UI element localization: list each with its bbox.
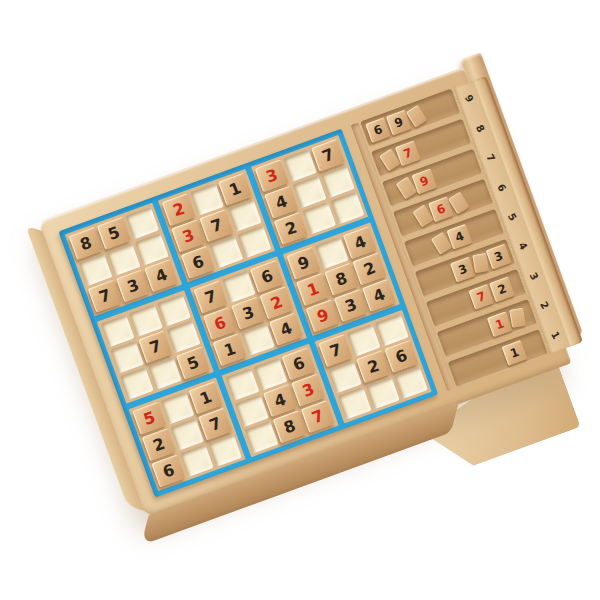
tile-digit: 3 <box>264 166 280 185</box>
tile-digit: 2 <box>171 200 187 219</box>
cell-5-1[interactable] <box>148 357 182 390</box>
tile-digit: 2 <box>365 357 381 376</box>
tile-digit: 7 <box>207 415 223 434</box>
tile-2-2[interactable]: 4 <box>144 259 178 292</box>
cell-8-6[interactable] <box>338 387 372 420</box>
tile-digit: 1 <box>227 180 243 199</box>
tile-digit: 6 <box>259 267 275 286</box>
tile-digit: 7 <box>97 287 113 306</box>
ruler-label: 9 <box>462 93 475 105</box>
spare-tile[interactable]: 2 <box>489 276 515 302</box>
tile-digit: 7 <box>209 216 225 235</box>
tile-digit: 7 <box>203 288 219 307</box>
tile-5-3[interactable]: 1 <box>213 333 247 366</box>
tile-digit: 5 <box>185 353 201 372</box>
tile-digit: 2 <box>151 435 167 454</box>
tile-digit: 4 <box>153 266 169 285</box>
ruler-label: 2 <box>538 300 551 312</box>
tile-digit: 5 <box>106 224 122 243</box>
spare-tile[interactable]: 1 <box>487 311 513 337</box>
tile-digit: 1 <box>305 280 321 299</box>
tile-digit: 6 <box>393 347 409 366</box>
tile-8-5[interactable]: 7 <box>301 400 335 433</box>
tile-8-0[interactable]: 6 <box>152 455 186 488</box>
tile-digit: 2 <box>283 219 299 238</box>
cell-5-4[interactable] <box>241 323 275 356</box>
sudoku-box-scene: 8573421376374275766321494182934512766438… <box>38 67 571 518</box>
tile-digit: 4 <box>272 391 288 410</box>
tile-digit: 8 <box>78 234 94 253</box>
cell-2-5[interactable] <box>237 225 271 258</box>
ruler-label: 1 <box>548 329 561 341</box>
tile-digit: 1 <box>222 340 238 359</box>
tile-5-2[interactable]: 5 <box>176 347 210 380</box>
tile-digit: 7 <box>148 338 164 357</box>
cell-5-0[interactable] <box>120 367 154 400</box>
tile-2-0[interactable]: 7 <box>88 280 122 313</box>
cell-8-2[interactable] <box>208 434 242 467</box>
ruler-label: 3 <box>527 270 540 282</box>
cell-2-4[interactable] <box>209 236 243 269</box>
tile-digit: 7 <box>310 407 326 426</box>
spare-tile[interactable]: 3 <box>486 243 512 269</box>
tile-digit: 3 <box>241 304 257 323</box>
tile-8-4[interactable]: 8 <box>273 410 307 443</box>
tile-digit: 1 <box>198 388 214 407</box>
product-photo: 8573421376374275766321494182934512766438… <box>0 0 600 600</box>
cell-8-1[interactable] <box>180 444 214 477</box>
tile-digit: 4 <box>371 286 387 305</box>
blank-tile-block[interactable] <box>509 307 526 327</box>
tile-digit: 2 <box>361 259 377 278</box>
tile-digit: 5 <box>142 409 158 428</box>
blank-tile-block[interactable] <box>472 253 489 273</box>
tile-digit: 8 <box>334 270 350 289</box>
tile-digit: 7 <box>328 341 344 360</box>
cell-2-7[interactable] <box>302 202 336 235</box>
tile-digit: 2 <box>268 293 284 312</box>
tile-digit: 3 <box>300 381 316 400</box>
cell-8-7[interactable] <box>366 377 400 410</box>
tile-2-1[interactable]: 3 <box>116 269 150 302</box>
ruler-label: 5 <box>505 211 518 223</box>
tile-digit: 3 <box>180 227 196 246</box>
tile-digit: 4 <box>352 233 368 252</box>
tile-digit: 9 <box>315 306 331 325</box>
tile-5-6[interactable]: 9 <box>306 299 340 332</box>
tile-digit: 4 <box>273 193 289 212</box>
tile-digit: 3 <box>125 276 141 295</box>
tile-digit: 6 <box>212 314 228 333</box>
tile-2-6[interactable]: 2 <box>274 212 308 245</box>
tile-digit: 9 <box>296 254 312 273</box>
tile-digit: 7 <box>320 146 336 165</box>
tile-digit: 6 <box>161 462 177 481</box>
tile-2-3[interactable]: 6 <box>181 246 215 279</box>
ruler-label: 8 <box>473 123 486 135</box>
ruler-label: 4 <box>516 241 529 253</box>
ruler-label: 7 <box>484 152 497 164</box>
tile-5-8[interactable]: 4 <box>362 279 396 312</box>
tile-digit: 4 <box>278 320 294 339</box>
tile-5-5[interactable]: 4 <box>269 313 303 346</box>
tile-digit: 6 <box>190 253 206 272</box>
spare-tile[interactable]: 1 <box>502 340 528 366</box>
tile-digit: 8 <box>282 417 298 436</box>
cell-8-8[interactable] <box>394 366 428 399</box>
ruler-label: 6 <box>495 182 508 194</box>
tile-digit: 6 <box>291 354 307 373</box>
tile-5-7[interactable]: 3 <box>334 289 368 322</box>
spare-tile[interactable]: 3 <box>450 256 476 282</box>
tile-digit: 3 <box>343 296 359 315</box>
cell-2-8[interactable] <box>330 191 364 224</box>
cell-8-3[interactable] <box>245 421 279 454</box>
